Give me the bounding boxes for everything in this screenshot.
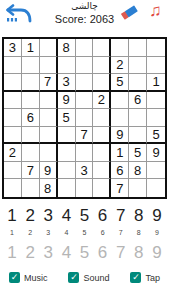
numpad-small-6: 6	[94, 227, 112, 241]
cell-r3c8[interactable]	[129, 74, 147, 92]
sudoku-board: 318273519266579521597936887	[2, 37, 167, 199]
tap-toggle[interactable]: ✓ Tap	[130, 272, 160, 283]
cell-r5c3[interactable]	[40, 109, 58, 127]
sound-toggle-label: Sound	[83, 273, 109, 283]
cell-r6c6[interactable]	[93, 127, 111, 145]
cell-r6c4[interactable]	[58, 127, 76, 145]
cell-r5c2[interactable]: 6	[22, 109, 40, 127]
cell-r3c2[interactable]	[22, 74, 40, 92]
cell-r2c3[interactable]	[40, 57, 58, 75]
numpad-small-5: 5	[75, 227, 93, 241]
numpad-faded-6[interactable]: 6	[94, 243, 112, 265]
settings-toggles: ✓ Music ✓ Sound ✓ Tap	[0, 272, 169, 283]
numpad-faded-4[interactable]: 4	[57, 243, 75, 265]
cell-r7c1[interactable]: 2	[4, 144, 22, 162]
cell-r3c6[interactable]	[93, 74, 111, 92]
music-note-icon: ♫	[149, 1, 162, 20]
cell-r4c9[interactable]	[147, 92, 165, 110]
cell-r2c8[interactable]	[129, 57, 147, 75]
cell-r6c2[interactable]	[22, 127, 40, 145]
cell-r8c8[interactable]: 8	[129, 162, 147, 180]
numpad-small-7: 7	[112, 227, 130, 241]
numpad-large-1[interactable]: 1	[3, 205, 21, 227]
cell-r2c1[interactable]	[4, 57, 22, 75]
score-label: Score: 2063	[0, 13, 169, 25]
eraser-icon	[121, 6, 138, 23]
numpad-large-9[interactable]: 9	[148, 205, 166, 227]
tap-checkbox-icon[interactable]: ✓	[130, 272, 141, 283]
cell-r8c9[interactable]	[147, 162, 165, 180]
cell-r6c9[interactable]: 5	[147, 127, 165, 145]
cell-r4c7[interactable]	[111, 92, 129, 110]
cell-r2c7[interactable]: 2	[111, 57, 129, 75]
cell-r8c1[interactable]	[4, 162, 22, 180]
cell-r2c2[interactable]	[22, 57, 40, 75]
cell-r1c9[interactable]	[147, 39, 165, 57]
cell-r5c8[interactable]	[129, 109, 147, 127]
number-pad: 123456789 123456789 123456789	[0, 205, 169, 265]
page-title: چالشی	[0, 1, 169, 11]
cell-r8c7[interactable]: 6	[111, 162, 129, 180]
numpad-small-2: 2	[21, 227, 39, 241]
cell-r9c5[interactable]	[76, 179, 94, 197]
cell-r7c4[interactable]	[58, 144, 76, 162]
cell-r1c8[interactable]	[129, 39, 147, 57]
cell-r9c2[interactable]	[22, 179, 40, 197]
numpad-faded-2[interactable]: 2	[21, 243, 39, 265]
cell-r7c9[interactable]: 9	[147, 144, 165, 162]
cell-r2c5[interactable]	[76, 57, 94, 75]
music-toggle-label: Music	[24, 273, 48, 283]
cell-r1c4[interactable]: 8	[58, 39, 76, 57]
cell-r1c3[interactable]	[40, 39, 58, 57]
numpad-faded-3[interactable]: 3	[39, 243, 57, 265]
numpad-faded-7[interactable]: 7	[112, 243, 130, 265]
cell-r6c3[interactable]	[40, 127, 58, 145]
cell-r5c9[interactable]	[147, 109, 165, 127]
cell-r3c9[interactable]: 1	[147, 74, 165, 92]
cell-r7c8[interactable]: 5	[129, 144, 147, 162]
numpad-small-1: 1	[3, 227, 21, 241]
numpad-large-2[interactable]: 2	[21, 205, 39, 227]
cell-r1c6[interactable]	[93, 39, 111, 57]
music-toggle[interactable]: ✓ Music	[9, 272, 48, 283]
cell-r5c1[interactable]	[4, 109, 22, 127]
cell-r2c9[interactable]	[147, 57, 165, 75]
eraser-button[interactable]	[121, 5, 138, 20]
cell-r9c1[interactable]	[4, 179, 22, 197]
numpad-large-7[interactable]: 7	[112, 205, 130, 227]
cell-r9c3[interactable]: 8	[40, 179, 58, 197]
cell-r1c1[interactable]: 3	[4, 39, 22, 57]
cell-r4c8[interactable]: 6	[129, 92, 147, 110]
cell-r4c1[interactable]	[4, 92, 22, 110]
cell-r9c4[interactable]	[58, 179, 76, 197]
numpad-faded-5[interactable]: 5	[75, 243, 93, 265]
cell-r1c2[interactable]: 1	[22, 39, 40, 57]
cell-r3c3[interactable]: 7	[40, 74, 58, 92]
cell-r4c5[interactable]	[76, 92, 94, 110]
cell-r6c5[interactable]: 7	[76, 127, 94, 145]
cell-r4c4[interactable]: 9	[58, 92, 76, 110]
cell-r3c4[interactable]: 3	[58, 74, 76, 92]
cell-r7c7[interactable]: 1	[111, 144, 129, 162]
cell-r5c5[interactable]	[76, 109, 94, 127]
numpad-large-5[interactable]: 5	[75, 205, 93, 227]
cell-r9c6[interactable]	[93, 179, 111, 197]
cell-r2c4[interactable]	[58, 57, 76, 75]
numpad-large-3[interactable]: 3	[39, 205, 57, 227]
tap-toggle-label: Tap	[145, 273, 160, 283]
cell-r7c5[interactable]	[76, 144, 94, 162]
cell-r7c2[interactable]	[22, 144, 40, 162]
numpad-small-4: 4	[57, 227, 75, 241]
numpad-row-small: 123456789	[0, 227, 169, 241]
cell-r5c7[interactable]	[111, 109, 129, 127]
numpad-faded-1[interactable]: 1	[3, 243, 21, 265]
cell-r7c6[interactable]	[93, 144, 111, 162]
numpad-faded-8[interactable]: 8	[130, 243, 148, 265]
numpad-large-8[interactable]: 8	[130, 205, 148, 227]
music-checkbox-icon[interactable]: ✓	[9, 272, 20, 283]
cell-r4c6[interactable]: 2	[93, 92, 111, 110]
cell-r2c6[interactable]	[93, 57, 111, 75]
cell-r3c1[interactable]	[4, 74, 22, 92]
cell-r8c5[interactable]: 3	[76, 162, 94, 180]
numpad-large-4[interactable]: 4	[57, 205, 75, 227]
cell-r5c6[interactable]	[93, 109, 111, 127]
cell-r6c8[interactable]	[129, 127, 147, 145]
cell-r9c9[interactable]	[147, 179, 165, 197]
numpad-large-6[interactable]: 6	[94, 205, 112, 227]
cell-r3c5[interactable]	[76, 74, 94, 92]
cell-r8c6[interactable]	[93, 162, 111, 180]
cell-r1c5[interactable]	[76, 39, 94, 57]
cell-r4c3[interactable]	[40, 92, 58, 110]
numpad-small-9: 9	[148, 227, 166, 241]
numpad-small-3: 3	[39, 227, 57, 241]
numpad-row-faded: 123456789	[0, 243, 169, 265]
numpad-faded-9[interactable]: 9	[148, 243, 166, 265]
cell-r6c1[interactable]	[4, 127, 22, 145]
cell-r1c7[interactable]	[111, 39, 129, 57]
cell-r8c4[interactable]	[58, 162, 76, 180]
cell-r7c3[interactable]	[40, 144, 58, 162]
cell-r6c7[interactable]: 9	[111, 127, 129, 145]
music-button[interactable]: ♫	[149, 0, 162, 22]
cell-r9c8[interactable]	[129, 179, 147, 197]
numpad-small-8: 8	[130, 227, 148, 241]
cell-r9c7[interactable]: 7	[111, 179, 129, 197]
cell-r3c7[interactable]: 5	[111, 74, 129, 92]
sound-checkbox-icon[interactable]: ✓	[68, 272, 79, 283]
numpad-row-large: 123456789	[0, 205, 169, 227]
header: چالشی Score: 2063 ♫	[0, 0, 169, 34]
sound-toggle[interactable]: ✓ Sound	[68, 272, 109, 283]
cell-r8c2[interactable]: 7	[22, 162, 40, 180]
cell-r4c2[interactable]	[22, 92, 40, 110]
cell-r8c3[interactable]: 9	[40, 162, 58, 180]
cell-r5c4[interactable]: 5	[58, 109, 76, 127]
